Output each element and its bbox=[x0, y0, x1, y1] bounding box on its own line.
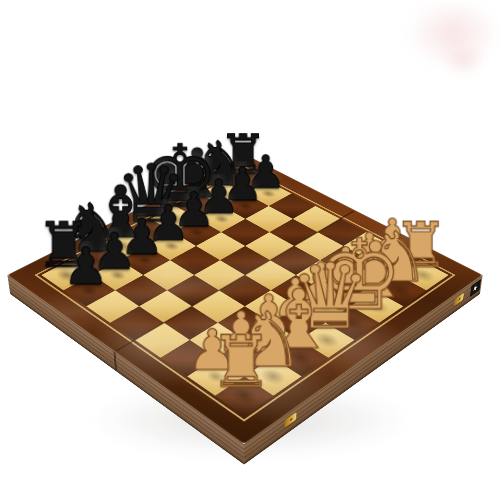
brass-clasp-icon bbox=[454, 293, 464, 307]
square-b5[interactable] bbox=[139, 290, 192, 322]
eagle-emblem-icon: ★ bbox=[472, 283, 479, 294]
square-a6[interactable] bbox=[86, 290, 139, 322]
background-smudge bbox=[434, 38, 494, 82]
square-c5[interactable] bbox=[167, 275, 219, 306]
piece-white-rook-a1[interactable]: ♜ bbox=[204, 327, 277, 398]
brand-logo-sticker: ★ bbox=[470, 279, 481, 297]
square-a5[interactable] bbox=[110, 306, 164, 340]
square-b6[interactable] bbox=[115, 275, 167, 306]
brass-clasp-icon bbox=[284, 412, 296, 428]
product-photo-scene: ★ ♜♞♝♛♚♝♞♜♟♟♟♟♟♟♟♟♟♟♟♟♟♟♟♟♜♞♝♛♚♝♞♜ bbox=[0, 0, 500, 500]
background-smudge bbox=[388, 0, 500, 81]
piece-black-pawn-a7[interactable]: ♟ bbox=[53, 241, 118, 292]
